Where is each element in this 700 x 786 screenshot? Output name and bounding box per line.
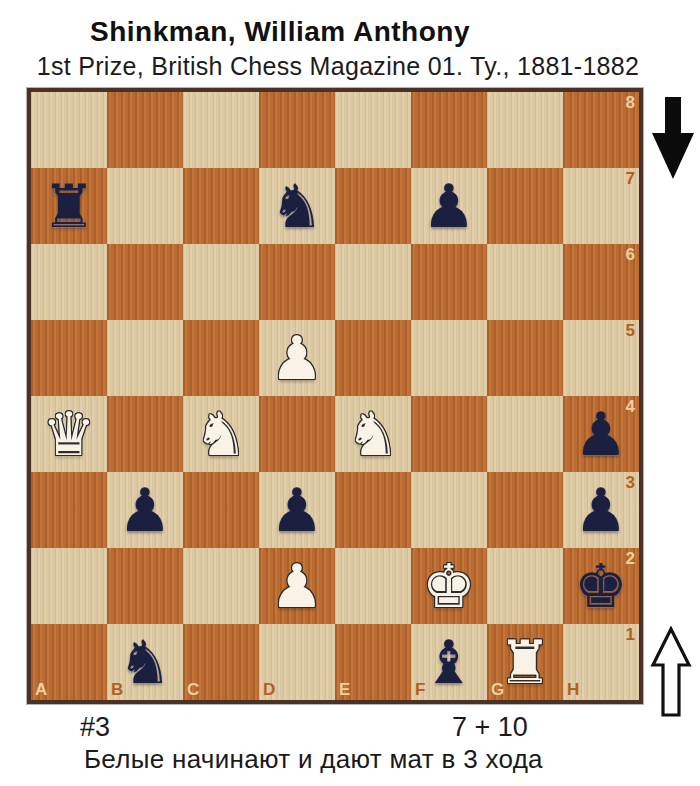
chess-board-frame: 8♜♞♟76♟5♛♞♞♟4♟♟♟3♟♚♚2A♞BCDE♝F♜G1H	[27, 88, 643, 704]
rank-label-1: 1	[626, 626, 635, 643]
square-f1: ♝F	[411, 624, 487, 700]
square-c6	[183, 244, 259, 320]
square-b1: ♞B	[107, 624, 183, 700]
square-g7	[487, 168, 563, 244]
stipulation-mate-in-3: #3	[80, 712, 110, 743]
square-b5	[107, 320, 183, 396]
square-h5: 5	[563, 320, 639, 396]
square-h8: 8	[563, 92, 639, 168]
square-f4	[411, 396, 487, 472]
white-up-arrow-icon	[650, 626, 692, 718]
square-a7: ♜	[31, 168, 107, 244]
black-pawn-f7: ♟	[411, 168, 487, 244]
square-g8	[487, 92, 563, 168]
square-g4	[487, 396, 563, 472]
black-down-arrow-icon	[652, 97, 694, 179]
square-b8	[107, 92, 183, 168]
square-h3: ♟3	[563, 472, 639, 548]
square-g1: ♜G	[487, 624, 563, 700]
file-label-C: C	[187, 681, 199, 698]
file-label-B: B	[111, 681, 123, 698]
rank-label-6: 6	[626, 246, 635, 263]
square-e7	[335, 168, 411, 244]
square-e5	[335, 320, 411, 396]
source-subtitle: 1st Prize, British Chess Magazine 01. Ty…	[0, 52, 676, 81]
white-pawn-d5: ♟	[259, 320, 335, 396]
square-e2	[335, 548, 411, 624]
rank-label-5: 5	[626, 322, 635, 339]
square-d3: ♟	[259, 472, 335, 548]
square-a1: A	[31, 624, 107, 700]
square-h7: 7	[563, 168, 639, 244]
square-b3: ♟	[107, 472, 183, 548]
square-d5: ♟	[259, 320, 335, 396]
rank-label-7: 7	[626, 170, 635, 187]
square-c5	[183, 320, 259, 396]
square-h1: 1H	[563, 624, 639, 700]
square-c8	[183, 92, 259, 168]
square-a2	[31, 548, 107, 624]
square-f5	[411, 320, 487, 396]
square-f3	[411, 472, 487, 548]
square-g6	[487, 244, 563, 320]
caption-russian: Белые начинают и дают мат в 3 хода	[84, 744, 543, 775]
material-count: 7 + 10	[452, 712, 528, 743]
square-d1: D	[259, 624, 335, 700]
square-g5	[487, 320, 563, 396]
black-rook-a7: ♜	[31, 168, 107, 244]
white-king-f2: ♚	[411, 548, 487, 624]
white-knight-c4: ♞	[183, 396, 259, 472]
square-a6	[31, 244, 107, 320]
square-f2: ♚	[411, 548, 487, 624]
square-d2: ♟	[259, 548, 335, 624]
square-b6	[107, 244, 183, 320]
square-a4: ♛	[31, 396, 107, 472]
file-label-F: F	[415, 681, 425, 698]
square-g3	[487, 472, 563, 548]
square-a8	[31, 92, 107, 168]
square-c4: ♞	[183, 396, 259, 472]
square-f7: ♟	[411, 168, 487, 244]
rank-label-4: 4	[626, 398, 635, 415]
square-b4	[107, 396, 183, 472]
white-queen-a4: ♛	[31, 396, 107, 472]
square-c3	[183, 472, 259, 548]
square-e6	[335, 244, 411, 320]
file-label-E: E	[339, 681, 350, 698]
composer-title: Shinkman, William Anthony	[0, 16, 560, 48]
square-d6	[259, 244, 335, 320]
square-c7	[183, 168, 259, 244]
white-pawn-d2: ♟	[259, 548, 335, 624]
square-d8	[259, 92, 335, 168]
rank-label-3: 3	[626, 474, 635, 491]
square-e3	[335, 472, 411, 548]
square-b7	[107, 168, 183, 244]
file-label-D: D	[263, 681, 275, 698]
square-b2	[107, 548, 183, 624]
square-h2: ♚2	[563, 548, 639, 624]
square-d4	[259, 396, 335, 472]
square-e8	[335, 92, 411, 168]
square-c2	[183, 548, 259, 624]
square-d7: ♞	[259, 168, 335, 244]
square-f8	[411, 92, 487, 168]
square-h6: 6	[563, 244, 639, 320]
rank-label-8: 8	[626, 94, 635, 111]
square-c1: C	[183, 624, 259, 700]
rank-label-2: 2	[626, 550, 635, 567]
file-label-H: H	[567, 681, 579, 698]
square-f6	[411, 244, 487, 320]
square-a3	[31, 472, 107, 548]
square-e4: ♞	[335, 396, 411, 472]
chess-board: 8♜♞♟76♟5♛♞♞♟4♟♟♟3♟♚♚2A♞BCDE♝F♜G1H	[31, 92, 639, 700]
black-pawn-d3: ♟	[259, 472, 335, 548]
file-label-G: G	[491, 681, 504, 698]
square-a5	[31, 320, 107, 396]
square-g2	[487, 548, 563, 624]
square-e1: E	[335, 624, 411, 700]
black-knight-d7: ♞	[259, 168, 335, 244]
file-label-A: A	[35, 681, 47, 698]
white-knight-e4: ♞	[335, 396, 411, 472]
square-h4: ♟4	[563, 396, 639, 472]
black-pawn-b3: ♟	[107, 472, 183, 548]
